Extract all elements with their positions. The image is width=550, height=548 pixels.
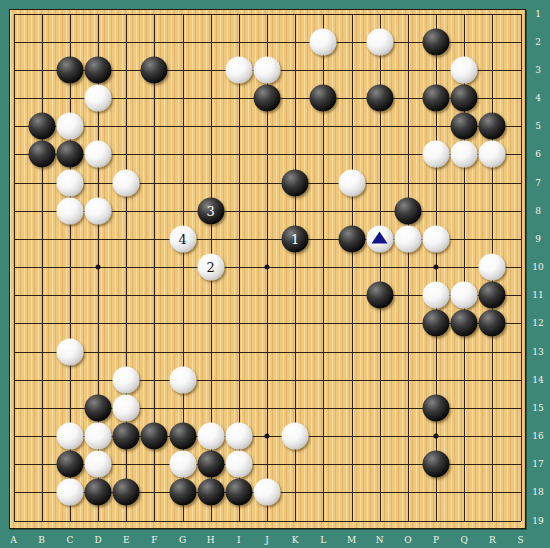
grid-line-vertical: [408, 14, 409, 521]
stone-black-N4: [366, 85, 393, 112]
stone-white-I17: [225, 451, 252, 478]
move-number-2: 2: [207, 261, 215, 274]
stone-white-H10: 2: [197, 254, 224, 281]
column-label-N: N: [376, 535, 384, 545]
stone-black-Q4: [451, 85, 478, 112]
column-label-O: O: [404, 535, 411, 545]
column-label-J: J: [265, 535, 269, 545]
column-label-P: P: [433, 535, 439, 545]
column-label-K: K: [292, 535, 299, 545]
stone-black-E18: [113, 479, 140, 506]
stone-white-J18: [254, 479, 281, 506]
stone-white-O9: [394, 225, 421, 252]
go-board[interactable]: ABCDEFGHIJKLMNOPQRS123456789101112131415…: [0, 0, 550, 548]
stone-black-K9: 1: [282, 225, 309, 252]
row-label-16: 16: [532, 431, 543, 441]
stone-black-F3: [141, 56, 168, 83]
star-point-J10: [265, 265, 270, 270]
row-label-13: 13: [532, 347, 543, 357]
stone-white-C5: [56, 113, 83, 140]
row-label-10: 10: [532, 262, 543, 272]
stone-black-N11: [366, 282, 393, 309]
stone-white-D17: [85, 451, 112, 478]
stone-white-E15: [113, 394, 140, 421]
column-label-G: G: [179, 535, 186, 545]
stone-white-C16: [56, 423, 83, 450]
stone-white-P9: [423, 225, 450, 252]
stone-black-R12: [479, 310, 506, 337]
stone-white-G14: [169, 366, 196, 393]
grid-line-horizontal: [14, 380, 521, 381]
stone-black-C3: [56, 56, 83, 83]
stone-white-M7: [338, 169, 365, 196]
stone-white-C8: [56, 197, 83, 224]
stone-white-I16: [225, 423, 252, 450]
stone-white-G17: [169, 451, 196, 478]
move-number-1: 1: [291, 232, 299, 245]
row-label-11: 11: [532, 290, 543, 300]
star-point-P16: [434, 434, 439, 439]
stone-black-B5: [28, 113, 55, 140]
row-label-7: 7: [535, 178, 541, 188]
triangle-marker-icon: [372, 232, 388, 244]
row-label-8: 8: [535, 206, 541, 216]
row-label-18: 18: [532, 487, 543, 497]
stone-black-P2: [423, 28, 450, 55]
grid-line-vertical: [521, 14, 522, 521]
stone-white-Q3: [451, 56, 478, 83]
row-label-9: 9: [535, 234, 541, 244]
star-point-D10: [96, 265, 101, 270]
stone-white-E7: [113, 169, 140, 196]
stone-black-H18: [197, 479, 224, 506]
star-point-J16: [265, 434, 270, 439]
row-label-3: 3: [535, 65, 541, 75]
stone-white-N2: [366, 28, 393, 55]
column-label-S: S: [517, 535, 523, 545]
stone-black-H17: [197, 451, 224, 478]
stone-black-E16: [113, 423, 140, 450]
stone-black-C6: [56, 141, 83, 168]
row-label-1: 1: [535, 9, 541, 19]
row-label-12: 12: [532, 318, 543, 328]
stone-white-Q11: [451, 282, 478, 309]
column-label-M: M: [347, 535, 356, 545]
stone-white-N9: [366, 225, 393, 252]
stone-white-C18: [56, 479, 83, 506]
move-number-3: 3: [207, 204, 215, 217]
stone-white-D4: [85, 85, 112, 112]
stone-black-H8: 3: [197, 197, 224, 224]
move-number-4: 4: [178, 232, 186, 245]
column-label-Q: Q: [461, 535, 468, 545]
stone-white-R10: [479, 254, 506, 281]
row-label-14: 14: [532, 375, 543, 385]
stone-black-B6: [28, 141, 55, 168]
column-label-A: A: [10, 535, 17, 545]
stone-black-R5: [479, 113, 506, 140]
stone-white-I3: [225, 56, 252, 83]
grid-line-horizontal: [14, 352, 521, 353]
stone-black-J4: [254, 85, 281, 112]
stone-black-P17: [423, 451, 450, 478]
stone-black-D18: [85, 479, 112, 506]
grid-line-vertical: [352, 14, 353, 521]
column-label-B: B: [38, 535, 45, 545]
stone-white-L2: [310, 28, 337, 55]
stone-black-F16: [141, 423, 168, 450]
column-label-R: R: [489, 535, 496, 545]
stone-white-P6: [423, 141, 450, 168]
stone-black-P15: [423, 394, 450, 421]
stone-black-D15: [85, 394, 112, 421]
stone-black-L4: [310, 85, 337, 112]
row-label-19: 19: [532, 516, 543, 526]
stone-white-E14: [113, 366, 140, 393]
row-label-2: 2: [535, 37, 541, 47]
column-label-F: F: [151, 535, 157, 545]
stone-black-R11: [479, 282, 506, 309]
stone-black-Q12: [451, 310, 478, 337]
star-point-P10: [434, 265, 439, 270]
stone-white-P11: [423, 282, 450, 309]
stone-white-D6: [85, 141, 112, 168]
row-label-5: 5: [535, 121, 541, 131]
stone-black-I18: [225, 479, 252, 506]
column-label-I: I: [237, 535, 241, 545]
column-label-H: H: [207, 535, 215, 545]
column-label-D: D: [94, 535, 101, 545]
stone-white-H16: [197, 423, 224, 450]
stone-white-D16: [85, 423, 112, 450]
stone-white-J3: [254, 56, 281, 83]
stone-black-O8: [394, 197, 421, 224]
row-label-17: 17: [532, 459, 543, 469]
column-label-L: L: [320, 535, 326, 545]
stone-black-P4: [423, 85, 450, 112]
column-label-E: E: [123, 535, 130, 545]
stone-white-Q6: [451, 141, 478, 168]
stone-black-K7: [282, 169, 309, 196]
stone-black-Q5: [451, 113, 478, 140]
stone-black-P12: [423, 310, 450, 337]
stone-black-D3: [85, 56, 112, 83]
row-label-4: 4: [535, 93, 541, 103]
stone-white-R6: [479, 141, 506, 168]
stone-white-C13: [56, 338, 83, 365]
stone-white-C7: [56, 169, 83, 196]
stone-white-G9: 4: [169, 225, 196, 252]
row-label-15: 15: [532, 403, 543, 413]
stone-black-M9: [338, 225, 365, 252]
column-label-C: C: [66, 535, 73, 545]
row-label-6: 6: [535, 149, 541, 159]
stone-black-C17: [56, 451, 83, 478]
stone-black-G16: [169, 423, 196, 450]
grid-line-horizontal: [14, 521, 521, 522]
stone-white-K16: [282, 423, 309, 450]
stone-black-G18: [169, 479, 196, 506]
stone-white-D8: [85, 197, 112, 224]
